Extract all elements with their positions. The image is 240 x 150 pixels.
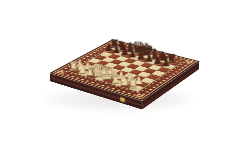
- square-f3: [123, 73, 137, 79]
- square-e1: ♚: [103, 77, 118, 83]
- square-g4: [137, 72, 151, 78]
- piece-white-pawn: ♟: [75, 59, 84, 69]
- brass-clasp-icon: [120, 97, 124, 103]
- frame-corner-ornament: [134, 93, 145, 98]
- frame-corner-ornament: [110, 41, 119, 44]
- frame-corner-ornament: [185, 60, 194, 64]
- square-f6: [140, 63, 154, 69]
- square-d3: [106, 68, 120, 74]
- frame-corner-ornament: [55, 70, 65, 74]
- square-h1: ♜: [129, 85, 144, 91]
- square-a3: [82, 61, 96, 67]
- product-photo: ♜♞♝♛♚♝♞♜♟♟♟♟♟♟♟♟♟♟♟♟♟♟♟♟♜♞♝♛♚♝♞♜: [0, 0, 240, 150]
- square-a4: [88, 58, 102, 63]
- piece-black-queen: ♛: [131, 40, 146, 56]
